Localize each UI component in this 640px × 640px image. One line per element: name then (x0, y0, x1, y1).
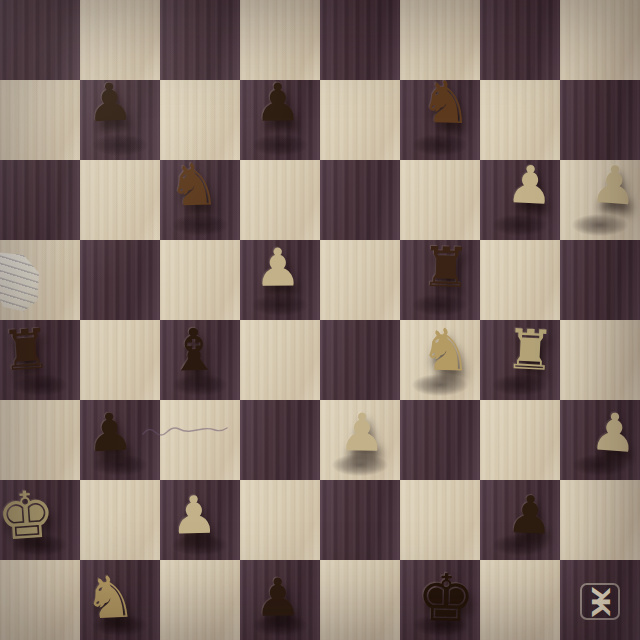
piece-dark-knight-f7[interactable]: ♞ (405, 61, 487, 143)
piece-light-pawn-d5[interactable]: ♟ (238, 227, 319, 308)
square-b5[interactable] (80, 240, 160, 320)
square-f7[interactable]: ♞ (400, 80, 480, 160)
chess-board-photo: ♟♟♞♞♟♟♟♜♜♝♞♜♟♟♟♚♟♟♞♟♚ Ж (0, 0, 640, 640)
square-c1[interactable] (160, 560, 240, 640)
square-h3[interactable]: ♟ (560, 400, 640, 480)
square-d4[interactable] (240, 320, 320, 400)
square-e6[interactable] (320, 160, 400, 240)
piece-dark-pawn-g2[interactable]: ♟ (488, 473, 572, 557)
piece-light-knight-f4[interactable]: ♞ (405, 309, 487, 391)
square-e3[interactable]: ♟ (320, 400, 400, 480)
square-f2[interactable] (400, 480, 480, 560)
square-e5[interactable] (320, 240, 400, 320)
square-a2[interactable]: ♚ (0, 480, 80, 560)
piece-dark-king-f1[interactable]: ♚ (405, 556, 487, 638)
square-e4[interactable] (320, 320, 400, 400)
piece-light-pawn-h3[interactable]: ♟ (571, 390, 640, 475)
square-d1[interactable]: ♟ (240, 560, 320, 640)
square-b4[interactable] (80, 320, 160, 400)
square-f4[interactable]: ♞ (400, 320, 480, 400)
piece-light-pawn-e3[interactable]: ♟ (322, 392, 403, 473)
square-h6[interactable]: ♟ (560, 160, 640, 240)
square-b7[interactable]: ♟ (80, 80, 160, 160)
square-f1[interactable]: ♚ (400, 560, 480, 640)
square-h5[interactable] (560, 240, 640, 320)
square-a6[interactable] (0, 160, 80, 240)
chess-board: ♟♟♞♞♟♟♟♜♜♝♞♜♟♟♟♚♟♟♞♟♚ (0, 0, 640, 640)
square-f5[interactable]: ♜ (400, 240, 480, 320)
piece-light-pawn-h6[interactable]: ♟ (571, 142, 640, 227)
square-h2[interactable] (560, 480, 640, 560)
piece-light-pawn-c2[interactable]: ♟ (153, 474, 235, 556)
square-c2[interactable]: ♟ (160, 480, 240, 560)
square-f3[interactable] (400, 400, 480, 480)
piece-light-pawn-g6[interactable]: ♟ (488, 143, 572, 227)
square-g1[interactable] (480, 560, 560, 640)
piece-dark-pawn-d1[interactable]: ♟ (238, 557, 319, 638)
square-d5[interactable]: ♟ (240, 240, 320, 320)
square-b6[interactable] (80, 160, 160, 240)
piece-dark-rook-f5[interactable]: ♜ (405, 226, 487, 308)
square-h8[interactable] (560, 0, 640, 80)
square-e8[interactable] (320, 0, 400, 80)
piece-dark-rook-a4[interactable]: ♜ (0, 307, 69, 392)
pencil-scribble (140, 420, 240, 444)
square-b1[interactable]: ♞ (80, 560, 160, 640)
square-d7[interactable]: ♟ (240, 80, 320, 160)
maker-logo-badge: Ж (580, 583, 620, 620)
square-e7[interactable] (320, 80, 400, 160)
square-g8[interactable] (480, 0, 560, 80)
piece-light-knight-b1[interactable]: ♞ (68, 556, 152, 640)
square-e1[interactable] (320, 560, 400, 640)
square-c6[interactable]: ♞ (160, 160, 240, 240)
square-g4[interactable]: ♜ (480, 320, 560, 400)
piece-light-king-a2[interactable]: ♚ (0, 472, 69, 557)
square-a4[interactable]: ♜ (0, 320, 80, 400)
square-h4[interactable] (560, 320, 640, 400)
square-d3[interactable] (240, 400, 320, 480)
maker-logo-icon: Ж (588, 586, 612, 617)
square-c4[interactable]: ♝ (160, 320, 240, 400)
square-b2[interactable] (80, 480, 160, 560)
piece-dark-knight-c6[interactable]: ♞ (153, 144, 235, 226)
square-g2[interactable]: ♟ (480, 480, 560, 560)
piece-light-rook-g4[interactable]: ♜ (488, 308, 572, 392)
square-g6[interactable]: ♟ (480, 160, 560, 240)
square-c8[interactable] (160, 0, 240, 80)
piece-dark-bishop-c4[interactable]: ♝ (153, 309, 235, 391)
square-d2[interactable] (240, 480, 320, 560)
piece-dark-pawn-d7[interactable]: ♟ (238, 62, 319, 143)
piece-dark-pawn-b7[interactable]: ♟ (68, 61, 152, 145)
square-e2[interactable] (320, 480, 400, 560)
square-g3[interactable] (480, 400, 560, 480)
square-a7[interactable] (0, 80, 80, 160)
